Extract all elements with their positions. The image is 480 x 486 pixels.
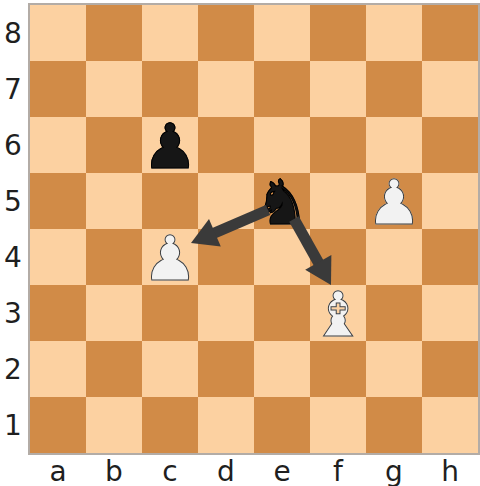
file-label-d: d [198,456,254,486]
file-label-e: e [254,456,310,486]
rank-labels: 8 7 6 5 4 3 2 1 [0,5,26,453]
pieces-layer: ♟ ♞ ♟ ♟ ♝ [30,5,478,453]
rank-label-6: 6 [0,117,26,173]
rank-label-2: 2 [0,341,26,397]
rank-label-4: 4 [0,229,26,285]
file-label-g: g [366,456,422,486]
rank-label-7: 7 [0,61,26,117]
piece-black-pawn-c6[interactable]: ♟ [142,119,198,175]
file-label-a: a [30,456,86,486]
file-labels: a b c d e f g h [30,456,478,486]
file-label-c: c [142,456,198,486]
rank-label-1: 1 [0,397,26,453]
piece-white-bishop-f3[interactable]: ♝ [310,287,366,343]
file-label-b: b [86,456,142,486]
chess-diagram: 8 7 6 5 4 3 2 1 ♟ ♞ ♟ ♟ ♝ a b c d e f g … [0,0,480,486]
rank-label-8: 8 [0,5,26,61]
piece-white-pawn-c4[interactable]: ♟ [142,231,198,287]
rank-label-3: 3 [0,285,26,341]
chess-board: ♟ ♞ ♟ ♟ ♝ [28,3,480,455]
rank-label-5: 5 [0,173,26,229]
file-label-h: h [422,456,478,486]
piece-black-knight-e5[interactable]: ♞ [254,175,310,231]
piece-white-pawn-g5[interactable]: ♟ [366,175,422,231]
file-label-f: f [310,456,366,486]
